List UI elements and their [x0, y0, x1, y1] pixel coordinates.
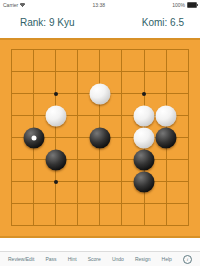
status-time: 13:38 [92, 2, 105, 8]
star-point [54, 92, 58, 96]
board-grid [11, 49, 189, 226]
toolbar-button-review-edit[interactable]: Review/Edit [8, 256, 34, 262]
white-stone[interactable] [134, 127, 155, 148]
battery-percent: 100% [172, 2, 185, 8]
battery-icon [187, 2, 197, 8]
black-stone[interactable] [134, 149, 155, 170]
white-stone[interactable] [156, 105, 177, 126]
black-stone[interactable] [134, 171, 155, 192]
toolbar-button-score[interactable]: Score [88, 256, 101, 262]
status-left: Carrier [3, 2, 25, 8]
info-icon[interactable]: i [183, 255, 192, 264]
last-move-marker [31, 135, 36, 140]
wifi-icon [20, 3, 25, 7]
black-stone[interactable] [23, 127, 44, 148]
rank-label: Rank: 9 Kyu [20, 17, 74, 28]
black-stone[interactable] [89, 127, 110, 148]
star-point [142, 92, 146, 96]
toolbar-button-pass[interactable]: Pass [46, 256, 57, 262]
go-board[interactable] [0, 38, 200, 238]
white-stone[interactable] [134, 105, 155, 126]
bottom-toolbar: Review/EditPassHintScoreUndoResignHelpi [0, 251, 200, 266]
toolbar-button-hint[interactable]: Hint [68, 256, 77, 262]
toolbar-button-resign[interactable]: Resign [135, 256, 151, 262]
carrier-label: Carrier [3, 2, 18, 8]
lower-margin [0, 238, 200, 251]
black-stone[interactable] [45, 149, 66, 170]
white-stone[interactable] [45, 105, 66, 126]
game-info-header: Rank: 9 Kyu Komi: 6.5 [0, 9, 200, 38]
status-bar: Carrier 13:38 100% [0, 0, 200, 9]
black-stone[interactable] [156, 127, 177, 148]
star-point [54, 180, 58, 184]
status-right: 100% [172, 2, 197, 8]
toolbar-button-help[interactable]: Help [162, 256, 172, 262]
komi-label: Komi: 6.5 [142, 17, 184, 28]
white-stone[interactable] [89, 83, 110, 104]
toolbar-button-undo[interactable]: Undo [112, 256, 124, 262]
